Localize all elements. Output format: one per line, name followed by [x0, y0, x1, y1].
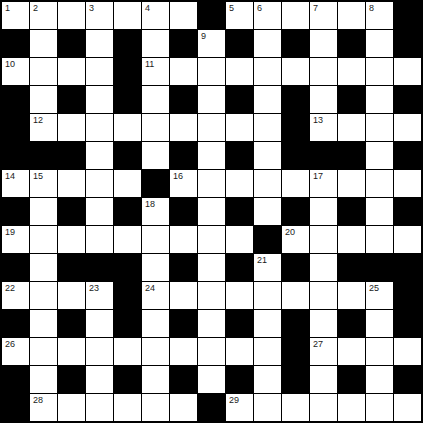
grid-cell[interactable] [198, 58, 225, 85]
black-cell [226, 198, 253, 225]
grid-cell[interactable] [282, 170, 309, 197]
clue-number: 24 [145, 284, 155, 293]
grid-cell[interactable] [226, 338, 253, 365]
black-cell [142, 170, 169, 197]
black-cell [394, 282, 421, 309]
clue-number: 10 [5, 60, 15, 69]
grid-cell[interactable] [170, 2, 197, 29]
black-cell [114, 30, 141, 57]
grid-cell[interactable]: 1 [2, 2, 29, 29]
grid-cell[interactable] [254, 338, 281, 365]
crossword-board: 1234567891011121314151617181920212223242… [0, 0, 423, 423]
grid-cell[interactable] [58, 394, 85, 421]
black-cell [282, 86, 309, 113]
grid-cell[interactable] [366, 226, 393, 253]
black-cell [282, 142, 309, 169]
grid-cell[interactable] [30, 310, 57, 337]
grid-cell[interactable]: 9 [198, 30, 225, 57]
black-cell [2, 254, 29, 281]
black-cell [170, 142, 197, 169]
grid-cell[interactable] [142, 114, 169, 141]
grid-cell[interactable] [282, 2, 309, 29]
grid-cell[interactable] [170, 226, 197, 253]
black-cell [198, 394, 225, 421]
black-cell [226, 310, 253, 337]
grid-cell[interactable] [198, 86, 225, 113]
grid-cell[interactable]: 22 [2, 282, 29, 309]
grid-cell[interactable] [254, 366, 281, 393]
grid-cell[interactable] [366, 170, 393, 197]
grid-cell[interactable] [86, 310, 113, 337]
clue-number: 22 [5, 284, 15, 293]
black-cell [2, 394, 29, 421]
grid-cell[interactable] [170, 338, 197, 365]
grid-cell[interactable] [30, 254, 57, 281]
grid-cell[interactable]: 27 [310, 338, 337, 365]
grid-cell[interactable] [338, 2, 365, 29]
grid-cell[interactable] [310, 86, 337, 113]
black-cell [366, 254, 393, 281]
black-cell [338, 310, 365, 337]
black-cell [170, 30, 197, 57]
clue-number: 16 [173, 172, 183, 181]
grid-cell[interactable] [366, 86, 393, 113]
black-cell [114, 310, 141, 337]
grid-cell[interactable] [310, 198, 337, 225]
grid-cell[interactable] [338, 58, 365, 85]
clue-number: 21 [257, 256, 267, 265]
grid-cell[interactable] [86, 366, 113, 393]
black-cell [58, 86, 85, 113]
clue-number: 4 [145, 4, 150, 13]
grid-cell[interactable] [170, 394, 197, 421]
grid-cell[interactable] [198, 198, 225, 225]
black-cell [2, 114, 29, 141]
grid-cell[interactable] [310, 394, 337, 421]
black-cell [226, 142, 253, 169]
grid-cell[interactable]: 11 [142, 58, 169, 85]
grid-cell[interactable] [254, 310, 281, 337]
black-cell [114, 58, 141, 85]
black-cell [114, 142, 141, 169]
grid-cell[interactable] [394, 226, 421, 253]
grid-cell[interactable]: 17 [310, 170, 337, 197]
grid-cell[interactable] [338, 338, 365, 365]
grid-cell[interactable] [310, 282, 337, 309]
black-cell [394, 2, 421, 29]
clue-number: 13 [313, 116, 323, 125]
grid-cell[interactable] [198, 114, 225, 141]
grid-cell[interactable] [310, 30, 337, 57]
grid-cell[interactable] [226, 58, 253, 85]
grid-cell[interactable]: 10 [2, 58, 29, 85]
black-cell [282, 198, 309, 225]
black-cell [58, 366, 85, 393]
grid-cell[interactable] [86, 198, 113, 225]
black-cell [170, 198, 197, 225]
grid-cell[interactable] [394, 338, 421, 365]
grid-cell[interactable] [254, 142, 281, 169]
black-cell [58, 198, 85, 225]
black-cell [394, 142, 421, 169]
grid-cell[interactable] [254, 170, 281, 197]
grid-cell[interactable] [58, 58, 85, 85]
grid-cell[interactable] [310, 58, 337, 85]
grid-cell[interactable] [30, 198, 57, 225]
black-cell [114, 282, 141, 309]
grid-cell[interactable] [114, 226, 141, 253]
black-cell [170, 86, 197, 113]
grid-cell[interactable]: 5 [226, 2, 253, 29]
clue-number: 12 [33, 116, 43, 125]
grid-cell[interactable] [198, 282, 225, 309]
grid-cell[interactable] [142, 338, 169, 365]
grid-cell[interactable] [254, 86, 281, 113]
grid-cell[interactable] [198, 226, 225, 253]
black-cell [226, 366, 253, 393]
grid-cell[interactable] [366, 58, 393, 85]
grid-cell[interactable] [86, 114, 113, 141]
grid-cell[interactable] [338, 394, 365, 421]
grid-cell[interactable] [30, 86, 57, 113]
grid-cell[interactable]: 25 [366, 282, 393, 309]
grid-cell[interactable]: 4 [142, 2, 169, 29]
grid-cell[interactable] [254, 282, 281, 309]
black-cell [282, 310, 309, 337]
black-cell [114, 254, 141, 281]
grid-cell[interactable] [58, 338, 85, 365]
black-cell [2, 142, 29, 169]
black-cell [226, 86, 253, 113]
grid-cell[interactable] [30, 226, 57, 253]
black-cell [310, 142, 337, 169]
grid-cell[interactable] [114, 170, 141, 197]
grid-cell[interactable] [198, 338, 225, 365]
grid-cell[interactable] [366, 394, 393, 421]
clue-number: 19 [5, 228, 15, 237]
clue-number: 14 [5, 172, 15, 181]
grid-cell[interactable]: 12 [30, 114, 57, 141]
black-cell [58, 30, 85, 57]
clue-number: 20 [285, 228, 295, 237]
black-cell [226, 254, 253, 281]
grid-cell[interactable] [114, 394, 141, 421]
black-cell [338, 142, 365, 169]
black-cell [2, 86, 29, 113]
black-cell [226, 30, 253, 57]
grid-cell[interactable] [142, 310, 169, 337]
clue-number: 27 [313, 340, 323, 349]
black-cell [338, 198, 365, 225]
black-cell [58, 142, 85, 169]
black-cell [2, 198, 29, 225]
grid-cell[interactable] [198, 170, 225, 197]
grid-cell[interactable]: 7 [310, 2, 337, 29]
grid-cell[interactable] [142, 254, 169, 281]
grid-cell[interactable] [198, 142, 225, 169]
black-cell [394, 86, 421, 113]
black-cell [394, 254, 421, 281]
grid-cell[interactable] [142, 86, 169, 113]
clue-number: 2 [33, 4, 38, 13]
clue-number: 7 [313, 4, 318, 13]
grid-cell[interactable] [310, 254, 337, 281]
clue-number: 28 [33, 396, 43, 405]
clue-number: 11 [145, 60, 154, 69]
black-cell [394, 310, 421, 337]
grid-cell[interactable] [282, 58, 309, 85]
grid-cell[interactable] [338, 170, 365, 197]
grid-cell[interactable] [338, 226, 365, 253]
grid-cell[interactable] [226, 282, 253, 309]
grid-cell[interactable] [226, 170, 253, 197]
grid-cell[interactable] [310, 310, 337, 337]
grid-cell[interactable]: 6 [254, 2, 281, 29]
grid-cell[interactable] [86, 226, 113, 253]
black-cell [114, 198, 141, 225]
black-cell [394, 30, 421, 57]
grid-cell[interactable]: 16 [170, 170, 197, 197]
grid-cell[interactable] [198, 366, 225, 393]
grid-cell[interactable]: 26 [2, 338, 29, 365]
grid-cell[interactable] [58, 226, 85, 253]
black-cell [170, 310, 197, 337]
grid-cell[interactable] [366, 142, 393, 169]
clue-number: 29 [229, 396, 239, 405]
grid-cell[interactable] [58, 282, 85, 309]
grid-cell[interactable]: 29 [226, 394, 253, 421]
grid-cell[interactable] [170, 58, 197, 85]
grid-cell[interactable] [86, 338, 113, 365]
clue-number: 8 [369, 4, 374, 13]
grid-cell[interactable] [198, 310, 225, 337]
black-cell [282, 114, 309, 141]
grid-cell[interactable]: 2 [30, 2, 57, 29]
grid-cell[interactable]: 14 [2, 170, 29, 197]
grid-cell[interactable] [114, 2, 141, 29]
grid-cell[interactable] [170, 282, 197, 309]
grid-cell[interactable] [394, 114, 421, 141]
grid-cell[interactable] [86, 170, 113, 197]
grid-cell[interactable] [282, 394, 309, 421]
grid-cell[interactable] [86, 86, 113, 113]
grid-cell[interactable] [338, 114, 365, 141]
black-cell [282, 366, 309, 393]
black-cell [282, 254, 309, 281]
black-cell [30, 142, 57, 169]
grid-cell[interactable] [366, 114, 393, 141]
black-cell [2, 310, 29, 337]
grid-cell[interactable] [142, 142, 169, 169]
black-cell [254, 226, 281, 253]
grid-cell[interactable] [30, 58, 57, 85]
black-cell [394, 366, 421, 393]
black-cell [170, 366, 197, 393]
grid-cell[interactable] [394, 58, 421, 85]
grid-cell[interactable] [30, 30, 57, 57]
grid-cell[interactable] [142, 394, 169, 421]
black-cell [58, 254, 85, 281]
clue-number: 5 [229, 4, 234, 13]
grid-cell[interactable] [254, 114, 281, 141]
grid-cell[interactable] [366, 198, 393, 225]
grid-cell[interactable]: 23 [86, 282, 113, 309]
grid-cell[interactable] [170, 114, 197, 141]
black-cell [338, 366, 365, 393]
black-cell [338, 86, 365, 113]
black-cell [394, 198, 421, 225]
black-cell [86, 254, 113, 281]
grid-cell[interactable] [254, 30, 281, 57]
clue-number: 18 [145, 200, 155, 209]
grid-cell[interactable] [226, 114, 253, 141]
black-cell [338, 254, 365, 281]
grid-cell[interactable] [310, 226, 337, 253]
grid-cell[interactable] [254, 58, 281, 85]
clue-number: 1 [5, 4, 10, 13]
grid-cell[interactable]: 19 [2, 226, 29, 253]
clue-number: 25 [369, 284, 379, 293]
grid-cell[interactable] [114, 338, 141, 365]
clue-number: 15 [33, 172, 43, 181]
clue-number: 3 [89, 4, 94, 13]
black-cell [282, 338, 309, 365]
grid-cell[interactable]: 3 [86, 2, 113, 29]
clue-number: 17 [313, 172, 323, 181]
grid-cell[interactable] [310, 366, 337, 393]
grid-cell[interactable] [366, 338, 393, 365]
grid-cell[interactable] [58, 114, 85, 141]
grid-cell[interactable] [30, 282, 57, 309]
grid-cell[interactable] [198, 254, 225, 281]
black-cell [114, 86, 141, 113]
grid-cell[interactable] [30, 338, 57, 365]
black-cell [338, 30, 365, 57]
black-cell [282, 30, 309, 57]
grid-cell[interactable] [142, 226, 169, 253]
grid-cell[interactable]: 8 [366, 2, 393, 29]
grid-cell[interactable]: 20 [282, 226, 309, 253]
black-cell [114, 366, 141, 393]
grid-cell[interactable] [58, 2, 85, 29]
grid-cell[interactable] [282, 282, 309, 309]
grid-cell[interactable] [226, 226, 253, 253]
grid-cell[interactable] [394, 394, 421, 421]
black-cell [2, 366, 29, 393]
black-cell [58, 310, 85, 337]
black-cell [198, 2, 225, 29]
grid-cell[interactable]: 21 [254, 254, 281, 281]
grid-cell[interactable] [86, 30, 113, 57]
grid-cell[interactable] [142, 366, 169, 393]
grid-cell[interactable] [142, 30, 169, 57]
grid-cell[interactable] [86, 58, 113, 85]
grid-cell[interactable] [254, 198, 281, 225]
grid-cell[interactable] [338, 282, 365, 309]
clue-number: 6 [257, 4, 262, 13]
clue-number: 23 [89, 284, 99, 293]
grid-cell[interactable] [58, 170, 85, 197]
crossword-puzzle: 1234567891011121314151617181920212223242… [0, 0, 423, 423]
clue-number: 9 [201, 32, 206, 41]
grid-cell[interactable] [254, 394, 281, 421]
black-cell [170, 254, 197, 281]
grid-cell[interactable] [114, 114, 141, 141]
clue-number: 26 [5, 340, 15, 349]
grid-cell[interactable] [86, 394, 113, 421]
grid-cell[interactable]: 24 [142, 282, 169, 309]
grid-cell[interactable] [86, 142, 113, 169]
grid-cell[interactable]: 28 [30, 394, 57, 421]
grid-cell[interactable]: 13 [310, 114, 337, 141]
grid-cell[interactable]: 18 [142, 198, 169, 225]
grid-cell[interactable] [30, 366, 57, 393]
grid-cell[interactable]: 15 [30, 170, 57, 197]
grid-cell[interactable] [366, 310, 393, 337]
grid-cell[interactable] [366, 366, 393, 393]
black-cell [2, 30, 29, 57]
grid-cell[interactable] [366, 30, 393, 57]
grid-cell[interactable] [394, 170, 421, 197]
